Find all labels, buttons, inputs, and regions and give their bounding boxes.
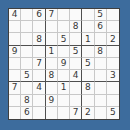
given-digit: 1 <box>85 35 91 44</box>
cell-r8c6[interactable] <box>70 95 82 107</box>
given-digit: 5 <box>110 108 116 117</box>
cell-r8c7[interactable] <box>82 95 94 107</box>
cell-r3c5[interactable]: 5 <box>58 33 70 45</box>
cell-r4c2[interactable] <box>21 46 33 58</box>
cell-r8c1[interactable] <box>9 95 21 107</box>
given-digit: 9 <box>12 47 18 56</box>
cell-r1c7[interactable] <box>82 9 94 21</box>
cell-r3c2[interactable] <box>21 33 33 45</box>
cell-r7c5[interactable]: 1 <box>58 82 70 94</box>
cell-r5c5[interactable]: 9 <box>58 58 70 70</box>
given-digit: 7 <box>12 83 18 92</box>
cell-r2c6[interactable]: 8 <box>70 21 82 33</box>
cell-r8c4[interactable]: 9 <box>46 95 58 107</box>
given-digit: 5 <box>61 35 67 44</box>
cell-r3c3[interactable]: 8 <box>33 33 45 45</box>
given-digit: 9 <box>61 59 67 68</box>
cell-r2c1[interactable] <box>9 21 21 33</box>
given-digit: 1 <box>61 83 67 92</box>
cell-r1c6[interactable] <box>70 9 82 21</box>
cell-r6c2[interactable]: 5 <box>21 70 33 82</box>
cell-r6c1[interactable] <box>9 70 21 82</box>
cell-r7c7[interactable]: 8 <box>82 82 94 94</box>
cell-r2c5[interactable] <box>58 21 70 33</box>
cell-r3c8[interactable] <box>95 33 107 45</box>
cell-r3c9[interactable]: 2 <box>107 33 119 45</box>
cell-r8c3[interactable] <box>33 95 45 107</box>
cell-r5c3[interactable]: 7 <box>33 58 45 70</box>
cell-r9c1[interactable] <box>9 107 21 119</box>
cell-r6c6[interactable]: 4 <box>70 70 82 82</box>
given-digit: 2 <box>85 108 91 117</box>
given-digit: 6 <box>36 10 42 19</box>
given-digit: 6 <box>24 108 30 117</box>
cell-r4c6[interactable]: 5 <box>70 46 82 58</box>
cell-r4c4[interactable]: 1 <box>46 46 58 58</box>
cell-r2c8[interactable]: 6 <box>95 21 107 33</box>
cell-r5c2[interactable] <box>21 58 33 70</box>
cell-r2c4[interactable] <box>46 21 58 33</box>
cell-r1c4[interactable]: 7 <box>46 9 58 21</box>
cell-r2c3[interactable] <box>33 21 45 33</box>
cell-r8c8[interactable] <box>95 95 107 107</box>
cell-r4c9[interactable] <box>107 46 119 58</box>
given-digit: 4 <box>12 10 18 19</box>
cell-r6c9[interactable]: 3 <box>107 70 119 82</box>
cell-r2c2[interactable] <box>21 21 33 33</box>
cell-r2c9[interactable] <box>107 21 119 33</box>
cell-r9c8[interactable] <box>95 107 107 119</box>
cell-r9c7[interactable]: 2 <box>82 107 94 119</box>
sudoku-board: 4675868512915879558437418896725 <box>8 8 120 120</box>
cell-r6c3[interactable] <box>33 70 45 82</box>
cell-r9c3[interactable] <box>33 107 45 119</box>
cell-r3c6[interactable] <box>70 33 82 45</box>
given-digit: 8 <box>73 22 79 31</box>
cell-r4c1[interactable]: 9 <box>9 46 21 58</box>
cell-r8c5[interactable] <box>58 95 70 107</box>
given-digit: 1 <box>48 47 54 56</box>
cell-r4c3[interactable] <box>33 46 45 58</box>
cell-r5c8[interactable] <box>95 58 107 70</box>
given-digit: 5 <box>24 71 30 80</box>
given-digit: 8 <box>36 35 42 44</box>
given-digit: 7 <box>36 59 42 68</box>
cell-r9c2[interactable]: 6 <box>21 107 33 119</box>
cell-r3c7[interactable]: 1 <box>82 33 94 45</box>
given-digit: 4 <box>73 71 79 80</box>
cell-r6c5[interactable] <box>58 70 70 82</box>
cell-r5c6[interactable] <box>70 58 82 70</box>
given-digit: 8 <box>48 71 54 80</box>
cell-r5c9[interactable] <box>107 58 119 70</box>
given-digit: 5 <box>97 10 103 19</box>
cell-r3c4[interactable] <box>46 33 58 45</box>
cell-r6c8[interactable] <box>95 70 107 82</box>
cell-r7c1[interactable]: 7 <box>9 82 21 94</box>
given-digit: 7 <box>73 108 79 117</box>
given-digit: 5 <box>73 47 79 56</box>
cell-r6c7[interactable] <box>82 70 94 82</box>
given-digit: 8 <box>24 96 30 105</box>
cell-r2c7[interactable] <box>82 21 94 33</box>
given-digit: 9 <box>48 96 54 105</box>
given-digit: 4 <box>36 83 42 92</box>
cell-r4c5[interactable] <box>58 46 70 58</box>
given-digit: 7 <box>48 10 54 19</box>
given-digit: 3 <box>110 71 116 80</box>
cell-r4c7[interactable] <box>82 46 94 58</box>
cell-r8c9[interactable] <box>107 95 119 107</box>
cell-r1c8[interactable]: 5 <box>95 9 107 21</box>
given-digit: 8 <box>85 83 91 92</box>
cell-r1c2[interactable] <box>21 9 33 21</box>
given-digit: 2 <box>110 35 116 44</box>
cell-r3c1[interactable] <box>9 33 21 45</box>
cell-r7c9[interactable] <box>107 82 119 94</box>
given-digit: 6 <box>97 22 103 31</box>
cell-r1c1[interactable]: 4 <box>9 9 21 21</box>
cell-r1c3[interactable]: 6 <box>33 9 45 21</box>
cell-r5c4[interactable] <box>46 58 58 70</box>
cell-r7c3[interactable]: 4 <box>33 82 45 94</box>
cell-r5c7[interactable]: 5 <box>82 58 94 70</box>
cell-r7c6[interactable] <box>70 82 82 94</box>
cell-r7c2[interactable] <box>21 82 33 94</box>
cell-r9c5[interactable] <box>58 107 70 119</box>
given-digit: 8 <box>97 47 103 56</box>
cell-r1c5[interactable] <box>58 9 70 21</box>
cell-r7c8[interactable] <box>95 82 107 94</box>
cell-r8c2[interactable]: 8 <box>21 95 33 107</box>
cell-r6c4[interactable]: 8 <box>46 70 58 82</box>
cell-r4c8[interactable]: 8 <box>95 46 107 58</box>
cell-r9c6[interactable]: 7 <box>70 107 82 119</box>
cell-r7c4[interactable] <box>46 82 58 94</box>
cell-r9c9[interactable]: 5 <box>107 107 119 119</box>
cell-r1c9[interactable] <box>107 9 119 21</box>
cell-r5c1[interactable] <box>9 58 21 70</box>
cell-r9c4[interactable] <box>46 107 58 119</box>
given-digit: 5 <box>85 59 91 68</box>
